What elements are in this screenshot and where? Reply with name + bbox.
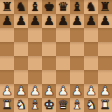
black-pawn-piece[interactable]: ♟ xyxy=(15,14,26,28)
white-pawn-piece[interactable]: ♟ xyxy=(57,84,68,98)
black-pawn-piece[interactable]: ♟ xyxy=(85,14,96,28)
board-square[interactable]: ♟ xyxy=(28,84,42,98)
board-square[interactable] xyxy=(0,42,14,56)
board-square[interactable] xyxy=(42,70,56,84)
black-pawn-piece[interactable]: ♟ xyxy=(29,14,40,28)
board-square[interactable] xyxy=(42,56,56,70)
board-square[interactable] xyxy=(14,28,28,42)
board-square[interactable] xyxy=(56,28,70,42)
board-square[interactable]: ♟ xyxy=(42,84,56,98)
white-pawn-piece[interactable]: ♟ xyxy=(71,84,82,98)
white-pawn-piece[interactable]: ♟ xyxy=(99,84,110,98)
board-square[interactable] xyxy=(84,42,98,56)
board-square[interactable]: ♝ xyxy=(28,0,42,14)
board-square[interactable] xyxy=(84,56,98,70)
board-square[interactable] xyxy=(70,42,84,56)
board-square[interactable] xyxy=(56,42,70,56)
black-pawn-piece[interactable]: ♟ xyxy=(57,14,68,28)
board-square[interactable]: ♟ xyxy=(0,84,14,98)
chess-board: ♜♞♝♚♛♝♞♜♟♟♟♟♟♟♟♟♟♟♟♟♟♟♟♟♜♞♝♚♛♝♞♜ xyxy=(0,0,112,112)
black-knight-piece[interactable]: ♞ xyxy=(85,0,96,14)
board-square[interactable]: ♚ xyxy=(42,98,56,112)
board-square[interactable]: ♛ xyxy=(56,0,70,14)
board-square[interactable]: ♝ xyxy=(70,98,84,112)
board-square[interactable]: ♟ xyxy=(70,14,84,28)
board-square[interactable]: ♟ xyxy=(84,84,98,98)
black-knight-piece[interactable]: ♞ xyxy=(15,0,26,14)
black-pawn-piece[interactable]: ♟ xyxy=(99,14,110,28)
board-square[interactable]: ♜ xyxy=(0,0,14,14)
board-square[interactable] xyxy=(70,28,84,42)
board-square[interactable]: ♞ xyxy=(14,0,28,14)
black-rook-piece[interactable]: ♜ xyxy=(1,0,12,14)
board-square[interactable] xyxy=(28,28,42,42)
white-pawn-piece[interactable]: ♟ xyxy=(29,84,40,98)
board-square[interactable] xyxy=(70,56,84,70)
board-square[interactable]: ♟ xyxy=(84,14,98,28)
board-square[interactable] xyxy=(98,56,112,70)
board-square[interactable]: ♟ xyxy=(28,14,42,28)
white-pawn-piece[interactable]: ♟ xyxy=(43,84,54,98)
black-rook-piece[interactable]: ♜ xyxy=(99,0,110,14)
board-square[interactable]: ♝ xyxy=(70,0,84,14)
board-square[interactable] xyxy=(28,56,42,70)
board-square[interactable]: ♞ xyxy=(14,98,28,112)
board-square[interactable]: ♟ xyxy=(56,14,70,28)
black-bishop-piece[interactable]: ♝ xyxy=(29,0,40,14)
white-queen-piece[interactable]: ♛ xyxy=(57,98,68,112)
board-square[interactable]: ♞ xyxy=(84,98,98,112)
board-square[interactable] xyxy=(56,70,70,84)
board-square[interactable] xyxy=(42,42,56,56)
board-square[interactable]: ♟ xyxy=(56,84,70,98)
board-square[interactable]: ♟ xyxy=(98,84,112,98)
board-square[interactable]: ♜ xyxy=(98,0,112,14)
board-square[interactable] xyxy=(98,42,112,56)
board-square[interactable] xyxy=(28,42,42,56)
board-square[interactable]: ♟ xyxy=(42,14,56,28)
board-square[interactable] xyxy=(42,28,56,42)
white-knight-piece[interactable]: ♞ xyxy=(85,98,96,112)
board-square[interactable]: ♟ xyxy=(98,14,112,28)
board-square[interactable] xyxy=(70,70,84,84)
white-bishop-piece[interactable]: ♝ xyxy=(71,98,82,112)
board-square[interactable] xyxy=(0,28,14,42)
board-square[interactable] xyxy=(0,56,14,70)
black-pawn-piece[interactable]: ♟ xyxy=(71,14,82,28)
black-pawn-piece[interactable]: ♟ xyxy=(1,14,12,28)
board-square[interactable] xyxy=(14,42,28,56)
black-queen-piece[interactable]: ♛ xyxy=(57,0,68,14)
board-square[interactable]: ♟ xyxy=(0,14,14,28)
white-pawn-piece[interactable]: ♟ xyxy=(15,84,26,98)
black-pawn-piece[interactable]: ♟ xyxy=(43,14,54,28)
white-bishop-piece[interactable]: ♝ xyxy=(29,98,40,112)
black-king-piece[interactable]: ♚ xyxy=(43,0,54,14)
board-square[interactable]: ♛ xyxy=(56,98,70,112)
board-square[interactable] xyxy=(0,70,14,84)
board-square[interactable] xyxy=(14,56,28,70)
board-square[interactable]: ♞ xyxy=(84,0,98,14)
white-pawn-piece[interactable]: ♟ xyxy=(1,84,12,98)
board-square[interactable] xyxy=(98,70,112,84)
white-rook-piece[interactable]: ♜ xyxy=(99,98,110,112)
white-rook-piece[interactable]: ♜ xyxy=(1,98,12,112)
white-knight-piece[interactable]: ♞ xyxy=(15,98,26,112)
board-square[interactable] xyxy=(84,28,98,42)
board-square[interactable]: ♝ xyxy=(28,98,42,112)
board-square[interactable] xyxy=(84,70,98,84)
white-king-piece[interactable]: ♚ xyxy=(43,98,54,112)
board-square[interactable] xyxy=(28,70,42,84)
board-square[interactable]: ♜ xyxy=(98,98,112,112)
board-square[interactable]: ♟ xyxy=(14,84,28,98)
white-pawn-piece[interactable]: ♟ xyxy=(85,84,96,98)
board-square[interactable]: ♚ xyxy=(42,0,56,14)
board-square[interactable] xyxy=(56,56,70,70)
board-square[interactable]: ♜ xyxy=(0,98,14,112)
board-square[interactable]: ♟ xyxy=(70,84,84,98)
board-square[interactable] xyxy=(14,70,28,84)
black-bishop-piece[interactable]: ♝ xyxy=(71,0,82,14)
board-square[interactable]: ♟ xyxy=(14,14,28,28)
board-square[interactable] xyxy=(98,28,112,42)
